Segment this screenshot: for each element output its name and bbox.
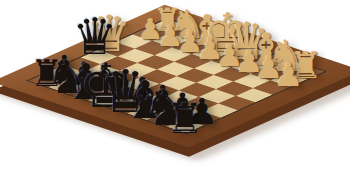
chess-set-product-photo: ♜♞♟♝♟♚♟♛♟♝♟♞♟♜♟♟♟♟♜♟♞♟♝♟♚♟♛♟♝♟♞♜♛♛ <box>0 0 350 195</box>
